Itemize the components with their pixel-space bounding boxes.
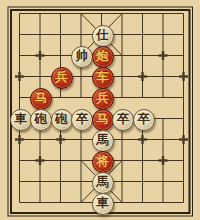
intersection-3-4[interactable] (71, 87, 92, 108)
piece-ivory-pawn[interactable]: 卒 (71, 109, 93, 131)
intersection-2-5[interactable]: 砲 (50, 108, 71, 129)
intersection-2-6[interactable] (50, 129, 71, 150)
intersection-6-1[interactable] (132, 24, 153, 45)
intersection-7-5[interactable] (153, 108, 174, 129)
piece-character: 砲 (55, 113, 68, 126)
intersection-7-3[interactable] (153, 66, 174, 87)
piece-red-horse[interactable]: 马 (92, 109, 114, 131)
intersection-4-4[interactable]: 兵 (91, 87, 112, 108)
intersection-0-9[interactable] (9, 192, 30, 213)
intersection-0-4[interactable] (9, 87, 30, 108)
intersection-4-8[interactable]: 馬 (91, 171, 112, 192)
intersection-8-7[interactable] (173, 150, 194, 171)
piece-red-cannon[interactable]: 炮 (92, 46, 114, 68)
intersection-8-1[interactable] (173, 24, 194, 45)
piece-character: 砲 (35, 113, 48, 126)
intersection-1-7[interactable] (30, 150, 51, 171)
intersection-0-2[interactable] (9, 45, 30, 66)
intersection-7-9[interactable] (153, 192, 174, 213)
intersection-8-3[interactable] (173, 66, 194, 87)
piece-ivory-chariot[interactable]: 車 (92, 193, 114, 215)
intersection-0-7[interactable] (9, 150, 30, 171)
piece-character: 卒 (137, 113, 150, 126)
intersection-8-0[interactable] (173, 3, 194, 24)
xiangqi-board: 仕帅炮兵车马兵車砲砲卒马卒卒馬将馬車 (0, 0, 200, 220)
piece-red-pawn[interactable]: 兵 (92, 88, 114, 110)
intersection-1-5[interactable]: 砲 (30, 108, 51, 129)
intersection-6-5[interactable]: 卒 (132, 108, 153, 129)
intersection-3-1[interactable] (71, 24, 92, 45)
intersection-2-8[interactable] (50, 171, 71, 192)
piece-character: 马 (96, 113, 109, 126)
piece-ivory-chariot[interactable]: 車 (10, 109, 32, 131)
intersection-7-1[interactable] (153, 24, 174, 45)
intersection-4-0[interactable] (91, 3, 112, 24)
intersection-5-1[interactable] (112, 24, 133, 45)
piece-character: 馬 (96, 176, 109, 189)
intersection-5-8[interactable] (112, 171, 133, 192)
intersection-1-8[interactable] (30, 171, 51, 192)
intersection-2-4[interactable] (50, 87, 71, 108)
board-intersections: 仕帅炮兵车马兵車砲砲卒马卒卒馬将馬車 (9, 3, 194, 213)
intersection-6-7[interactable] (132, 150, 153, 171)
intersection-2-3[interactable]: 兵 (50, 66, 71, 87)
intersection-2-7[interactable] (50, 150, 71, 171)
intersection-7-4[interactable] (153, 87, 174, 108)
intersection-1-0[interactable] (30, 3, 51, 24)
piece-ivory-horse[interactable]: 馬 (92, 130, 114, 152)
intersection-6-8[interactable] (132, 171, 153, 192)
intersection-1-3[interactable] (30, 66, 51, 87)
intersection-5-9[interactable] (112, 192, 133, 213)
piece-ivory-general[interactable]: 帅 (71, 46, 93, 68)
intersection-2-2[interactable] (50, 45, 71, 66)
piece-character: 炮 (96, 50, 109, 63)
piece-character: 卒 (117, 113, 130, 126)
intersection-4-5[interactable]: 马 (91, 108, 112, 129)
intersection-4-1[interactable]: 仕 (91, 24, 112, 45)
intersection-8-9[interactable] (173, 192, 194, 213)
intersection-4-7[interactable]: 将 (91, 150, 112, 171)
intersection-2-0[interactable] (50, 3, 71, 24)
intersection-4-3[interactable]: 车 (91, 66, 112, 87)
intersection-5-6[interactable] (112, 129, 133, 150)
intersection-0-6[interactable] (9, 129, 30, 150)
intersection-8-6[interactable] (173, 129, 194, 150)
piece-character: 兵 (96, 92, 109, 105)
intersection-6-4[interactable] (132, 87, 153, 108)
intersection-4-2[interactable]: 炮 (91, 45, 112, 66)
piece-red-horse[interactable]: 马 (30, 88, 52, 110)
intersection-7-7[interactable] (153, 150, 174, 171)
intersection-8-4[interactable] (173, 87, 194, 108)
intersection-7-8[interactable] (153, 171, 174, 192)
piece-character: 馬 (96, 134, 109, 147)
piece-ivory-horse[interactable]: 馬 (92, 172, 114, 194)
intersection-3-7[interactable] (71, 150, 92, 171)
intersection-1-6[interactable] (30, 129, 51, 150)
piece-ivory-cannon[interactable]: 砲 (30, 109, 52, 131)
piece-ivory-pawn[interactable]: 卒 (112, 109, 134, 131)
intersection-4-6[interactable]: 馬 (91, 129, 112, 150)
piece-character: 車 (96, 197, 109, 210)
intersection-3-5[interactable]: 卒 (71, 108, 92, 129)
intersection-0-3[interactable] (9, 66, 30, 87)
intersection-3-6[interactable] (71, 129, 92, 150)
intersection-0-5[interactable]: 車 (9, 108, 30, 129)
intersection-5-7[interactable] (112, 150, 133, 171)
intersection-3-0[interactable] (71, 3, 92, 24)
intersection-7-0[interactable] (153, 3, 174, 24)
intersection-7-6[interactable] (153, 129, 174, 150)
intersection-4-9[interactable]: 車 (91, 192, 112, 213)
piece-character: 将 (96, 155, 109, 168)
piece-character: 卒 (76, 113, 89, 126)
intersection-8-5[interactable] (173, 108, 194, 129)
intersection-6-9[interactable] (132, 192, 153, 213)
intersection-0-8[interactable] (9, 171, 30, 192)
intersection-5-5[interactable]: 卒 (112, 108, 133, 129)
intersection-3-3[interactable] (71, 66, 92, 87)
intersection-8-2[interactable] (173, 45, 194, 66)
intersection-6-0[interactable] (132, 3, 153, 24)
piece-red-chariot[interactable]: 车 (92, 67, 114, 89)
piece-ivory-cannon[interactable]: 砲 (51, 109, 73, 131)
intersection-5-4[interactable] (112, 87, 133, 108)
intersection-8-8[interactable] (173, 171, 194, 192)
piece-character: 仕 (96, 29, 109, 42)
intersection-6-3[interactable] (132, 66, 153, 87)
intersection-3-2[interactable]: 帅 (71, 45, 92, 66)
piece-ivory-advisor[interactable]: 仕 (92, 25, 114, 47)
intersection-5-3[interactable] (112, 66, 133, 87)
intersection-6-6[interactable] (132, 129, 153, 150)
piece-red-general[interactable]: 将 (92, 151, 114, 173)
intersection-0-0[interactable] (9, 3, 30, 24)
intersection-6-2[interactable] (132, 45, 153, 66)
piece-character: 车 (96, 71, 109, 84)
intersection-1-1[interactable] (30, 24, 51, 45)
intersection-1-2[interactable] (30, 45, 51, 66)
piece-character: 車 (14, 113, 27, 126)
piece-red-pawn[interactable]: 兵 (51, 67, 73, 89)
piece-character: 帅 (76, 50, 89, 63)
intersection-3-8[interactable] (71, 171, 92, 192)
intersection-7-2[interactable] (153, 45, 174, 66)
intersection-5-2[interactable] (112, 45, 133, 66)
piece-character: 马 (35, 92, 48, 105)
intersection-1-9[interactable] (30, 192, 51, 213)
intersection-3-9[interactable] (71, 192, 92, 213)
intersection-2-9[interactable] (50, 192, 71, 213)
intersection-5-0[interactable] (112, 3, 133, 24)
intersection-2-1[interactable] (50, 24, 71, 45)
intersection-1-4[interactable]: 马 (30, 87, 51, 108)
intersection-0-1[interactable] (9, 24, 30, 45)
piece-ivory-pawn[interactable]: 卒 (133, 109, 155, 131)
piece-character: 兵 (55, 71, 68, 84)
